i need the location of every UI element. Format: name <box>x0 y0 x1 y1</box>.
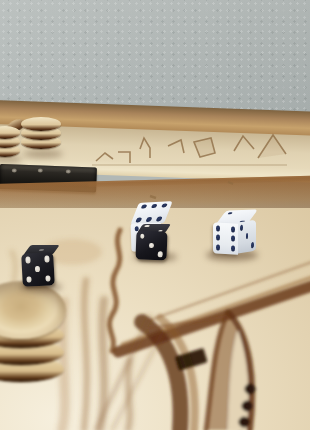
die-pip <box>156 217 163 221</box>
die-pip <box>240 225 243 231</box>
die-pip <box>251 242 254 248</box>
die-face-front <box>136 230 168 260</box>
die-pip <box>216 244 220 250</box>
die-pip <box>151 204 158 208</box>
die-pip <box>246 233 249 239</box>
die-pip <box>140 233 145 239</box>
hinge-screw <box>38 168 43 172</box>
die-pip <box>231 245 235 251</box>
die-pip <box>39 249 45 251</box>
die-black-left <box>22 244 60 290</box>
die-pip <box>227 212 234 215</box>
die-pip <box>25 257 30 264</box>
stack-shadow <box>0 156 22 163</box>
checker-stack-ledge-left <box>0 126 20 166</box>
die-face-right <box>238 220 256 254</box>
die-pip <box>158 252 163 258</box>
die-pip <box>216 225 220 231</box>
die-face-front <box>21 252 55 287</box>
hinge-screw <box>12 168 17 172</box>
die-pip <box>231 226 235 232</box>
die-pip <box>149 243 154 249</box>
die-pip <box>216 235 220 241</box>
hinge-screw <box>66 169 71 173</box>
die-pip <box>26 276 31 283</box>
checker-stack-front-left <box>0 281 66 391</box>
checker-disc <box>21 117 61 131</box>
die-pip <box>161 204 168 208</box>
die-pip <box>145 217 152 221</box>
checker-stack-ledge-mid <box>21 117 61 159</box>
die-pip <box>135 218 142 222</box>
die-face-top <box>130 201 172 225</box>
photo-backgammon-case <box>0 0 310 430</box>
die-pip <box>140 205 147 209</box>
die-pip <box>231 236 235 242</box>
die-pip <box>145 225 150 227</box>
die-face-left <box>213 222 238 255</box>
die-pip <box>44 256 49 263</box>
die-white-right <box>212 209 260 259</box>
die-pip <box>35 266 40 273</box>
die-pip <box>45 275 50 282</box>
stack-shadow <box>23 150 63 158</box>
die-black-center <box>136 224 172 260</box>
